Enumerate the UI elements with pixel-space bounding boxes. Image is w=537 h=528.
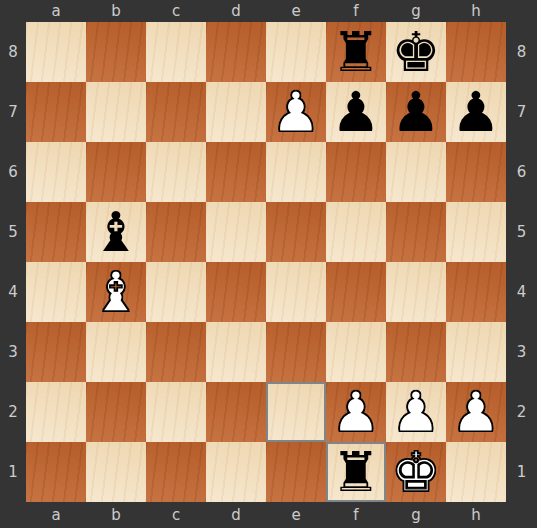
rank-label-5: 5 (0, 202, 26, 262)
square-f6[interactable] (326, 142, 386, 202)
square-c5[interactable] (146, 202, 206, 262)
square-g8[interactable]: ♚ (386, 22, 446, 82)
square-e3[interactable] (266, 322, 326, 382)
rank-label-7: 7 (0, 82, 26, 142)
square-b2[interactable] (86, 382, 146, 442)
square-g5[interactable] (386, 202, 446, 262)
black-rook-f8[interactable]: ♜ (326, 22, 386, 82)
rank-label-5: 5 (506, 202, 537, 262)
square-b4[interactable]: ♝ (86, 262, 146, 322)
rank-label-2: 2 (506, 382, 537, 442)
square-a5[interactable] (26, 202, 86, 262)
white-pawn-e7[interactable]: ♟ (266, 82, 326, 142)
rank-label-6: 6 (506, 142, 537, 202)
square-e6[interactable] (266, 142, 326, 202)
file-label-b: b (86, 0, 146, 22)
square-d1[interactable] (206, 442, 266, 502)
file-label-a: a (26, 502, 86, 528)
square-c3[interactable] (146, 322, 206, 382)
square-g6[interactable] (386, 142, 446, 202)
black-pawn-g7[interactable]: ♟ (386, 82, 446, 142)
rank-label-1: 1 (0, 442, 26, 502)
square-g4[interactable] (386, 262, 446, 322)
chess-board: ♜♚♟♟♟♟♝♝♟♟♟♜♚ (26, 22, 506, 502)
square-f2[interactable]: ♟ (326, 382, 386, 442)
square-e2[interactable] (266, 382, 326, 442)
file-label-d: d (206, 0, 266, 22)
square-c7[interactable] (146, 82, 206, 142)
rank-label-6: 6 (0, 142, 26, 202)
black-king-g8[interactable]: ♚ (386, 22, 446, 82)
square-g7[interactable]: ♟ (386, 82, 446, 142)
square-d7[interactable] (206, 82, 266, 142)
square-c8[interactable] (146, 22, 206, 82)
file-label-b: b (86, 502, 146, 528)
square-b1[interactable] (86, 442, 146, 502)
square-a2[interactable] (26, 382, 86, 442)
square-a4[interactable] (26, 262, 86, 322)
black-pawn-f7[interactable]: ♟ (326, 82, 386, 142)
square-d2[interactable] (206, 382, 266, 442)
file-label-h: h (446, 502, 506, 528)
square-e4[interactable] (266, 262, 326, 322)
file-label-c: c (146, 502, 206, 528)
square-a3[interactable] (26, 322, 86, 382)
square-g3[interactable] (386, 322, 446, 382)
square-d4[interactable] (206, 262, 266, 322)
rank-label-4: 4 (506, 262, 537, 322)
rank-label-2: 2 (0, 382, 26, 442)
rank-label-3: 3 (506, 322, 537, 382)
file-label-e: e (266, 0, 326, 22)
rank-label-7: 7 (506, 82, 537, 142)
square-c6[interactable] (146, 142, 206, 202)
square-f3[interactable] (326, 322, 386, 382)
white-pawn-f2[interactable]: ♟ (326, 382, 386, 442)
file-label-h: h (446, 0, 506, 22)
square-d6[interactable] (206, 142, 266, 202)
file-label-f: f (326, 502, 386, 528)
square-d8[interactable] (206, 22, 266, 82)
square-f5[interactable] (326, 202, 386, 262)
rank-label-8: 8 (506, 22, 537, 82)
white-pawn-g2[interactable]: ♟ (386, 382, 446, 442)
square-h8[interactable] (446, 22, 506, 82)
square-a1[interactable] (26, 442, 86, 502)
square-b6[interactable] (86, 142, 146, 202)
square-d5[interactable] (206, 202, 266, 262)
black-bishop-b5[interactable]: ♝ (86, 202, 146, 262)
file-labels-bottom: abcdefgh (26, 502, 506, 528)
square-b7[interactable] (86, 82, 146, 142)
square-g2[interactable]: ♟ (386, 382, 446, 442)
rank-label-8: 8 (0, 22, 26, 82)
square-e1[interactable] (266, 442, 326, 502)
square-c2[interactable] (146, 382, 206, 442)
file-labels-top: abcdefgh (26, 0, 506, 22)
square-c4[interactable] (146, 262, 206, 322)
file-label-g: g (386, 0, 446, 22)
square-f7[interactable]: ♟ (326, 82, 386, 142)
white-king-g1[interactable]: ♚ (386, 442, 446, 502)
rank-labels-left: 87654321 (0, 22, 26, 502)
rank-label-3: 3 (0, 322, 26, 382)
square-f1[interactable]: ♜ (326, 442, 386, 502)
square-g1[interactable]: ♚ (386, 442, 446, 502)
square-f8[interactable]: ♜ (326, 22, 386, 82)
square-a6[interactable] (26, 142, 86, 202)
file-label-f: f (326, 0, 386, 22)
board-background: abcdefgh 87654321 ♜♚♟♟♟♟♝♝♟♟♟♜♚ 87654321… (0, 0, 537, 528)
square-h2[interactable]: ♟ (446, 382, 506, 442)
file-label-d: d (206, 502, 266, 528)
rank-label-4: 4 (0, 262, 26, 322)
square-b3[interactable] (86, 322, 146, 382)
square-h5[interactable] (446, 202, 506, 262)
square-a8[interactable] (26, 22, 86, 82)
black-pawn-h7[interactable]: ♟ (446, 82, 506, 142)
square-d3[interactable] (206, 322, 266, 382)
black-rook-f1[interactable]: ♜ (326, 442, 386, 502)
file-label-e: e (266, 502, 326, 528)
square-a7[interactable] (26, 82, 86, 142)
file-label-a: a (26, 0, 86, 22)
square-b5[interactable]: ♝ (86, 202, 146, 262)
white-pawn-h2[interactable]: ♟ (446, 382, 506, 442)
square-h3[interactable] (446, 322, 506, 382)
white-bishop-b4[interactable]: ♝ (86, 262, 146, 322)
square-h6[interactable] (446, 142, 506, 202)
square-e8[interactable] (266, 22, 326, 82)
square-e5[interactable] (266, 202, 326, 262)
rank-label-1: 1 (506, 442, 537, 502)
square-h4[interactable] (446, 262, 506, 322)
rank-labels-right: 87654321 (506, 22, 537, 502)
square-c1[interactable] (146, 442, 206, 502)
square-f4[interactable] (326, 262, 386, 322)
file-label-g: g (386, 502, 446, 528)
square-e7[interactable]: ♟ (266, 82, 326, 142)
file-label-c: c (146, 0, 206, 22)
square-b8[interactable] (86, 22, 146, 82)
square-h7[interactable]: ♟ (446, 82, 506, 142)
square-h1[interactable] (446, 442, 506, 502)
